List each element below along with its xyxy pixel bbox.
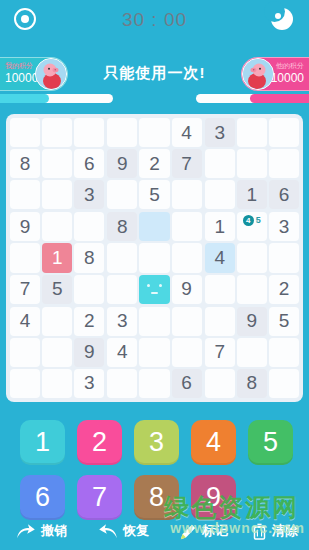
cell-r2c9[interactable] [269, 149, 299, 178]
cell-r7c7[interactable] [205, 307, 235, 336]
mark-button[interactable]: 标记 [180, 522, 228, 540]
cell-r6c8[interactable] [237, 275, 267, 304]
cell-r8c6[interactable] [172, 338, 202, 367]
numpad-3[interactable]: 3 [134, 420, 179, 465]
redo-arrow-icon [98, 523, 118, 539]
top-bar: 30 : 00 [0, 6, 309, 34]
box-2-2: 89 [107, 212, 201, 303]
cell-r2c5[interactable]: 2 [139, 149, 169, 178]
cell-r3c2[interactable] [42, 180, 72, 209]
cell-r7c4[interactable]: 3 [107, 307, 137, 336]
player-right-progress [196, 94, 309, 103]
cell-r1c9[interactable] [269, 118, 299, 147]
bottom-toolbar: 撤销 恢复 标记 清除 [0, 522, 309, 548]
box-3-2: 346 [107, 307, 201, 398]
cell-r5c1[interactable] [10, 243, 40, 272]
note-plain: 5 [256, 215, 261, 226]
cell-r6c2[interactable]: 5 [42, 275, 72, 304]
player-left-progress-fill [0, 94, 49, 103]
cell-r8c3[interactable]: 9 [74, 338, 104, 367]
cell-r2c4[interactable]: 9 [107, 149, 137, 178]
cell-r1c2[interactable] [42, 118, 72, 147]
cell-r8c9[interactable] [269, 338, 299, 367]
player-right-avatar [242, 58, 274, 90]
pencil-icon [180, 523, 197, 540]
cell-r3c3[interactable]: 3 [74, 180, 104, 209]
cell-r7c1[interactable]: 4 [10, 307, 40, 336]
cell-r9c3[interactable]: 3 [74, 369, 104, 398]
box-2-3: 145342 [205, 212, 299, 303]
cell-r7c8[interactable]: 9 [237, 307, 267, 336]
mark-label: 标记 [202, 522, 228, 540]
box-2-1: 91875 [10, 212, 104, 303]
undo-label: 撤销 [41, 522, 67, 540]
sudoku-versus-screen: 30 : 00 我的积分 10000 只能使用一次! 他的积分 10000 [0, 0, 309, 550]
box-3-1: 4293 [10, 307, 104, 398]
undo-arrow-icon [16, 523, 36, 539]
cell-r4c9[interactable]: 3 [269, 212, 299, 241]
cell-r8c7[interactable]: 7 [205, 338, 235, 367]
cell-r5c7[interactable]: 4 [205, 243, 235, 272]
cell-r6c4[interactable] [107, 275, 137, 304]
cell-r4c3[interactable] [74, 212, 104, 241]
redo-button[interactable]: 恢复 [98, 522, 149, 540]
cell-r4c2[interactable] [42, 212, 72, 241]
cell-r7c5[interactable] [139, 307, 169, 336]
cell-r1c7[interactable]: 3 [205, 118, 235, 147]
cell-r2c6[interactable]: 7 [172, 149, 202, 178]
cell-r1c5[interactable] [139, 118, 169, 147]
face-eye [147, 284, 150, 287]
face-mouth [151, 292, 158, 294]
cell-r9c6[interactable]: 6 [172, 369, 202, 398]
box-1-3: 316 [205, 118, 299, 209]
cell-r4c7[interactable]: 1 [205, 212, 235, 241]
clear-button[interactable]: 清除 [252, 522, 298, 540]
cell-r9c7[interactable] [205, 369, 235, 398]
player-right-progress-fill [250, 94, 309, 103]
cell-r3c7[interactable] [205, 180, 235, 209]
box-3-3: 9578 [205, 307, 299, 398]
numpad-2[interactable]: 2 [77, 420, 122, 465]
cell-r2c7[interactable] [205, 149, 235, 178]
cell-r5c6[interactable] [172, 243, 202, 272]
cell-r8c1[interactable] [10, 338, 40, 367]
cell-r9c4[interactable] [107, 369, 137, 398]
cell-r3c6[interactable] [172, 180, 202, 209]
cell-r1c6[interactable]: 4 [172, 118, 202, 147]
cell-r3c9[interactable]: 6 [269, 180, 299, 209]
cell-r8c8[interactable] [237, 338, 267, 367]
cell-r6c1[interactable]: 7 [10, 275, 40, 304]
cell-r2c3[interactable]: 6 [74, 149, 104, 178]
cell-r8c4[interactable]: 4 [107, 338, 137, 367]
cell-r5c8[interactable] [237, 243, 267, 272]
cell-r6c7[interactable] [205, 275, 235, 304]
cell-r3c4[interactable] [107, 180, 137, 209]
cell-r2c8[interactable] [237, 149, 267, 178]
cell-r3c1[interactable] [10, 180, 40, 209]
cell-r6c9[interactable]: 2 [269, 275, 299, 304]
cell-r5c2[interactable]: 1 [42, 243, 72, 272]
sudoku-board: 86349275316918758914534242933469578 [6, 114, 303, 402]
face-eye [159, 284, 162, 287]
numpad-4[interactable]: 4 [191, 420, 236, 465]
numpad-8[interactable]: 8 [134, 475, 179, 520]
cell-r8c2[interactable] [42, 338, 72, 367]
cell-r7c6[interactable] [172, 307, 202, 336]
player-right-badge: 他的积分 10000 [241, 57, 309, 91]
cell-r4c1[interactable]: 9 [10, 212, 40, 241]
pig-avatar-icon [243, 59, 273, 89]
cell-r5c9[interactable] [269, 243, 299, 272]
numpad-9[interactable]: 9 [191, 475, 236, 520]
cell-r4c6[interactable] [172, 212, 202, 241]
box-1-1: 863 [10, 118, 104, 209]
cell-r7c9[interactable]: 5 [269, 307, 299, 336]
cell-r2c2[interactable] [42, 149, 72, 178]
cell-r1c8[interactable] [237, 118, 267, 147]
cell-r7c3[interactable]: 2 [74, 307, 104, 336]
number-pad: 123456789 [0, 420, 309, 520]
cell-r4c8[interactable]: 45 [237, 212, 267, 241]
cell-r9c2[interactable] [42, 369, 72, 398]
cell-r9c1[interactable] [10, 369, 40, 398]
cell-r7c2[interactable] [42, 307, 72, 336]
player-left-progress [0, 94, 113, 103]
cell-r4c4[interactable]: 8 [107, 212, 137, 241]
cell-r5c4[interactable] [107, 243, 137, 272]
clear-label: 清除 [272, 522, 298, 540]
cell-r3c8[interactable]: 1 [237, 180, 267, 209]
match-timer: 30 : 00 [0, 9, 309, 31]
cell-r9c8[interactable]: 8 [237, 369, 267, 398]
cell-r1c4[interactable] [107, 118, 137, 147]
cell-r5c3[interactable]: 8 [74, 243, 104, 272]
cell-r1c3[interactable] [74, 118, 104, 147]
cell-r8c5[interactable] [139, 338, 169, 367]
cell-r6c3[interactable] [74, 275, 104, 304]
cell-r9c5[interactable] [139, 369, 169, 398]
numpad-5[interactable]: 5 [248, 420, 293, 465]
undo-button[interactable]: 撤销 [16, 522, 67, 540]
numpad-1[interactable]: 1 [20, 420, 65, 465]
night-mode-moon-icon[interactable] [271, 8, 293, 30]
note-circled: 4 [243, 215, 254, 226]
cell-r1c1[interactable] [10, 118, 40, 147]
item-cell-r6c5[interactable] [139, 275, 169, 304]
cell-r3c5[interactable]: 5 [139, 180, 169, 209]
numpad-6[interactable]: 6 [20, 475, 65, 520]
cell-r5c5[interactable] [139, 243, 169, 272]
redo-label: 恢复 [123, 522, 149, 540]
cell-r2c1[interactable]: 8 [10, 149, 40, 178]
numpad-7[interactable]: 7 [77, 475, 122, 520]
trash-icon [252, 523, 267, 540]
cell-r6c6[interactable]: 9 [172, 275, 202, 304]
cell-r9c9[interactable] [269, 369, 299, 398]
box-1-2: 49275 [107, 118, 201, 209]
cell-r4c5[interactable] [139, 212, 169, 241]
